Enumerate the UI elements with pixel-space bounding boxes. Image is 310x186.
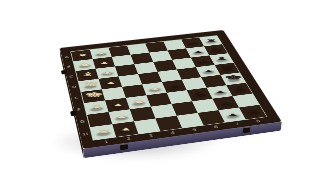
square-g7[interactable] [212, 96, 239, 110]
square-h6[interactable] [198, 110, 225, 125]
piece-glyph: ♟ [188, 60, 218, 63]
coord-rank-label: 4 [170, 131, 175, 135]
square-f6[interactable] [187, 88, 213, 102]
piece-glyph: ♜ [67, 54, 97, 57]
square-f2[interactable] [105, 98, 130, 112]
piece-glyph: ♞ [70, 62, 101, 66]
coord-rank-label: 6 [214, 125, 219, 129]
piece-glyph: ♟ [193, 70, 224, 73]
square-h1[interactable] [90, 124, 116, 140]
product-photo: 12345678ABCDEFGH ♜♞♝♛♚♝♜♞♟♟♟♟♟♟♟♟♜♞♝♛♚♝♜… [0, 0, 310, 186]
coord-rank-label: 5 [192, 128, 197, 132]
square-f8[interactable] [226, 83, 252, 96]
coord-file-label: G [80, 120, 85, 124]
square-h8[interactable] [239, 105, 267, 120]
square-g3[interactable] [130, 107, 156, 122]
piece-glyph: ♝ [72, 72, 103, 76]
coord-file-label: E [74, 97, 78, 100]
square-h4[interactable] [155, 116, 182, 131]
square-g8[interactable] [232, 94, 259, 108]
coord-rank-label: 7 [235, 122, 240, 126]
chess-board: 12345678ABCDEFGH ♜♞♝♛♚♝♜♞♟♟♟♟♟♟♟♟♜♞♝♛♚♝♜… [60, 30, 282, 149]
square-g1[interactable] [87, 112, 112, 127]
square-h7[interactable] [218, 107, 245, 122]
clasp-icon [243, 127, 251, 133]
piece-glyph: ♟ [184, 51, 213, 54]
square-f4[interactable] [146, 93, 171, 107]
coord-rank-label: 3 [148, 134, 153, 138]
square-h3[interactable] [134, 118, 160, 133]
coord-file-label: D [72, 86, 77, 89]
square-h2[interactable] [112, 121, 138, 137]
coord-file-label: H [83, 133, 88, 137]
coord-file-label: F [77, 108, 81, 112]
square-f5[interactable] [167, 90, 192, 104]
coord-rank-label: 1 [104, 140, 109, 144]
square-f3[interactable] [126, 95, 151, 109]
clasp-icon [120, 144, 128, 150]
square-g6[interactable] [192, 99, 218, 113]
coord-rank-label: 8 [256, 120, 262, 124]
square-g2[interactable] [109, 109, 134, 124]
square-g4[interactable] [151, 104, 177, 119]
piece-glyph: ♟ [179, 42, 208, 45]
coord-rank-label: 2 [126, 137, 131, 141]
square-f1[interactable] [84, 100, 108, 114]
square-h5[interactable] [177, 113, 204, 128]
piece-glyph: ♚ [218, 74, 250, 80]
square-e2[interactable] [102, 87, 126, 101]
square-g5[interactable] [172, 101, 198, 115]
